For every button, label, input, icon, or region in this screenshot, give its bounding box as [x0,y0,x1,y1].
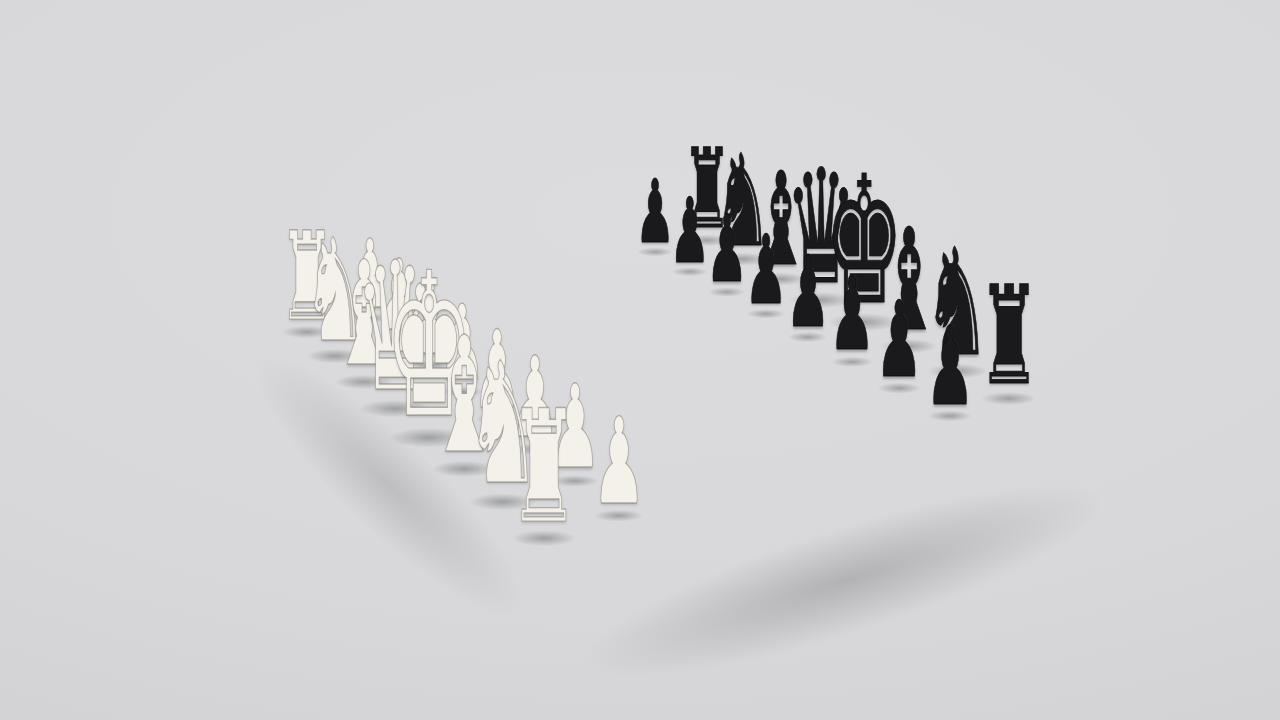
square-c5[interactable] [567,302,661,339]
black-pawn-g7[interactable]: ♟ [875,288,923,393]
scene: aa88bb77cc66dd55ee44ff33gg22hh11 ♜♞♝♛♚♝♞… [0,0,1280,720]
rank-label-right-5: 5 [830,468,921,505]
file-label-bottom-c: c [268,381,329,416]
black-pawn-e7[interactable]: ♟ [785,243,830,342]
file-label-bottom-b: b [241,355,299,388]
white-pawn-h2[interactable]: ♟ [591,401,645,521]
black-pawn-h7[interactable]: ♟ [925,312,974,421]
square-a5[interactable] [502,261,590,294]
square-c6[interactable] [625,288,719,324]
file-label-bottom-h: h [430,536,508,586]
black-pawn-b7[interactable]: ♟ [669,185,710,275]
rank-label-right-4: 4 [761,488,854,526]
file-label-bottom-e: e [326,436,392,476]
rank-label-left-6: 6 [536,236,604,256]
rank-label-right-3: 3 [690,510,785,550]
square-g5[interactable] [722,400,832,448]
square-h5[interactable] [768,429,883,480]
file-label-bottom-f: f [358,467,428,510]
black-pawn-f7[interactable]: ♟ [829,265,875,367]
square-h3[interactable] [632,467,749,522]
black-pawn-c7[interactable]: ♟ [706,204,748,297]
rank-label-right-2: 2 [615,532,712,573]
rank-label-left-5: 5 [481,248,550,269]
rank-label-right-7: 7 [959,429,1046,463]
square-b6[interactable] [590,268,680,302]
square-b5[interactable] [534,281,625,316]
square-d5[interactable] [602,324,700,363]
rank-label-right-6: 6 [896,448,985,483]
square-h4[interactable] [701,448,817,501]
black-rook-h8[interactable]: ♜ [978,268,1039,404]
white-rook-h1[interactable]: ♜ [509,389,579,544]
rank-label-right-8: 8 [1020,411,1105,443]
black-pawn-d7[interactable]: ♟ [744,223,787,319]
square-a6[interactable] [558,249,645,281]
file-label-bottom-g: g [393,501,467,547]
file-label-bottom-d: d [296,408,359,446]
square-e5[interactable] [640,348,741,390]
square-g4[interactable] [657,418,768,468]
file-label-bottom-a: a [217,332,273,363]
square-f5[interactable] [680,373,786,418]
rank-label-right-1: 1 [538,555,638,598]
